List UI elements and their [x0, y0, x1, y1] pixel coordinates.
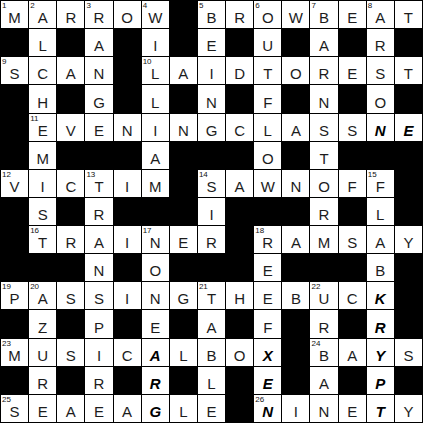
grid-cell[interactable]: V [57, 114, 84, 141]
grid-cell[interactable]: 19P [1, 282, 28, 309]
grid-cell[interactable]: E [254, 254, 281, 281]
cell-letter: T [38, 235, 47, 253]
grid-cell[interactable]: 14S [198, 170, 225, 197]
cell-letter: E [38, 404, 48, 422]
grid-cell[interactable]: E [142, 310, 169, 337]
cell-letter: S [347, 123, 357, 141]
grid-cell[interactable]: A [85, 226, 112, 253]
grid-cell[interactable]: F [254, 85, 281, 112]
grid-cell[interactable]: S [29, 198, 56, 225]
black-cell [339, 85, 366, 112]
grid-cell[interactable]: 6O [254, 1, 281, 28]
grid-cell[interactable]: 10L [142, 57, 169, 84]
grid-cell[interactable]: R [367, 310, 394, 337]
grid-cell[interactable]: R [226, 1, 253, 28]
grid-cell[interactable]: I [114, 282, 141, 309]
grid-cell[interactable]: 25S [1, 395, 28, 422]
cell-letter: N [319, 404, 330, 422]
cell-letter: N [150, 235, 161, 253]
grid-cell[interactable]: A [339, 339, 366, 366]
black-cell [395, 142, 422, 169]
clue-number: 2 [30, 1, 34, 10]
grid-cell[interactable]: E [170, 226, 197, 253]
cell-letter: G [178, 291, 190, 309]
grid-cell[interactable]: A [282, 226, 309, 253]
black-cell [1, 198, 28, 225]
clue-number: 24 [311, 339, 320, 348]
cell-letter: I [97, 348, 101, 366]
grid-cell[interactable]: R [57, 226, 84, 253]
black-cell [114, 310, 141, 337]
grid-cell[interactable]: 11E [29, 114, 56, 141]
grid-cell[interactable]: T [395, 57, 422, 84]
grid-cell[interactable]: X [254, 339, 281, 366]
black-cell [114, 254, 141, 281]
black-cell [282, 254, 309, 281]
cell-letter: E [263, 263, 273, 281]
grid-cell[interactable]: A [310, 367, 337, 394]
grid-cell[interactable]: 5B [198, 1, 225, 28]
grid-cell[interactable]: A [57, 57, 84, 84]
black-cell [367, 142, 394, 169]
grid-cell[interactable]: T [254, 57, 281, 84]
clue-number: 16 [30, 226, 39, 235]
grid-cell[interactable]: 26N [254, 395, 281, 422]
grid-cell[interactable]: N [114, 114, 141, 141]
grid-cell[interactable]: I [114, 226, 141, 253]
grid-cell[interactable]: R [29, 367, 56, 394]
cell-letter: I [153, 38, 157, 56]
cell-letter: E [206, 38, 216, 56]
cell-letter: E [347, 10, 357, 28]
grid-cell[interactable]: 15F [367, 170, 394, 197]
cell-letter: N [290, 179, 301, 197]
grid-cell[interactable]: 3R [85, 1, 112, 28]
cell-letter: A [206, 320, 216, 338]
cell-letter: W [148, 10, 162, 28]
black-cell [57, 85, 84, 112]
grid-cell[interactable]: N [85, 57, 112, 84]
black-cell [226, 367, 253, 394]
clue-number: 3 [86, 1, 90, 10]
cell-letter: N [94, 263, 105, 281]
grid-cell[interactable]: K [367, 282, 394, 309]
black-cell [170, 1, 197, 28]
grid-cell[interactable]: N [170, 114, 197, 141]
cell-letter: S [375, 66, 385, 84]
clue-number: 23 [2, 339, 11, 348]
cell-letter: V [10, 179, 20, 197]
grid-cell[interactable]: R [310, 198, 337, 225]
grid-cell[interactable]: S [339, 226, 366, 253]
black-cell [395, 367, 422, 394]
grid-cell[interactable]: N [310, 85, 337, 112]
cell-letter: N [122, 123, 133, 141]
grid-cell[interactable]: E [339, 57, 366, 84]
grid-cell[interactable]: O [142, 254, 169, 281]
grid-cell[interactable]: R [367, 29, 394, 56]
cell-letter: A [347, 348, 357, 366]
grid-cell[interactable]: 2A [29, 1, 56, 28]
cell-letter: S [10, 404, 20, 422]
cell-letter: T [207, 291, 216, 309]
cell-letter: B [319, 10, 329, 28]
cell-letter: E [206, 404, 216, 422]
grid-cell[interactable]: O [367, 85, 394, 112]
grid-cell[interactable]: E [198, 29, 225, 56]
black-cell [114, 57, 141, 84]
grid-cell[interactable]: R [85, 198, 112, 225]
cell-letter: L [151, 95, 159, 113]
grid-cell[interactable]: S [57, 339, 84, 366]
grid-cell[interactable]: I [85, 339, 112, 366]
cell-letter: A [122, 404, 132, 422]
grid-cell[interactable]: S [367, 57, 394, 84]
grid-cell[interactable]: E [254, 367, 281, 394]
grid-cell[interactable]: G [198, 114, 225, 141]
black-cell [1, 310, 28, 337]
grid-cell[interactable]: D [226, 57, 253, 84]
clue-number: 25 [2, 395, 11, 404]
cell-letter: O [262, 10, 274, 28]
grid-cell[interactable]: I [29, 170, 56, 197]
cell-letter: H [37, 95, 48, 113]
grid-cell[interactable]: G [142, 395, 169, 422]
black-cell [57, 367, 84, 394]
clue-number: 17 [143, 226, 152, 235]
grid-cell[interactable]: W [254, 170, 281, 197]
grid-cell[interactable]: T [367, 395, 394, 422]
grid-cell[interactable]: A [282, 114, 309, 141]
cell-letter-theme: N [262, 404, 273, 422]
grid-cell[interactable]: R [85, 367, 112, 394]
cell-letter: T [319, 151, 328, 169]
grid-cell[interactable]: G [85, 85, 112, 112]
cell-letter: C [37, 66, 48, 84]
black-cell [395, 254, 422, 281]
grid-cell[interactable]: A [114, 395, 141, 422]
grid-cell[interactable]: E [254, 282, 281, 309]
grid-cell[interactable]: L [367, 198, 394, 225]
grid-cell[interactable]: O [254, 142, 281, 169]
black-cell [114, 85, 141, 112]
grid-cell[interactable]: L [170, 339, 197, 366]
grid-cell[interactable]: A [57, 395, 84, 422]
grid-cell[interactable]: W [282, 1, 309, 28]
black-cell [282, 339, 309, 366]
grid-cell[interactable]: I [198, 198, 225, 225]
black-cell [1, 29, 28, 56]
cell-letter: R [319, 207, 330, 225]
grid-cell[interactable]: 9S [1, 57, 28, 84]
cell-letter: I [153, 123, 157, 141]
grid-cell[interactable]: A [85, 29, 112, 56]
grid-cell[interactable]: 18R [254, 226, 281, 253]
grid-cell[interactable]: L [170, 395, 197, 422]
cell-letter: I [209, 66, 213, 84]
cell-letter: O [121, 10, 133, 28]
grid-cell[interactable]: A [142, 339, 169, 366]
grid-cell[interactable]: N [142, 282, 169, 309]
black-cell [198, 254, 225, 281]
black-cell [1, 114, 28, 141]
grid-cell[interactable]: N [367, 114, 394, 141]
cell-letter: V [66, 123, 76, 141]
cell-letter-theme: N [375, 123, 386, 141]
grid-cell[interactable]: N [85, 254, 112, 281]
cell-letter: R [234, 10, 245, 28]
black-cell [395, 310, 422, 337]
grid-cell[interactable]: S [85, 282, 112, 309]
grid-cell[interactable]: U [29, 339, 56, 366]
black-cell [114, 29, 141, 56]
grid-cell[interactable]: 23M [1, 339, 28, 366]
black-cell [339, 367, 366, 394]
grid-cell[interactable]: B [282, 282, 309, 309]
cell-letter: S [10, 66, 20, 84]
grid-cell[interactable]: E [29, 395, 56, 422]
grid-cell[interactable]: S [395, 339, 422, 366]
cell-letter: T [263, 66, 272, 84]
grid-cell[interactable]: H [29, 85, 56, 112]
black-cell [57, 254, 84, 281]
cell-letter: F [263, 95, 272, 113]
black-cell [226, 142, 253, 169]
cell-letter: P [10, 291, 20, 309]
grid-cell[interactable]: L [198, 367, 225, 394]
cell-letter: I [41, 179, 45, 197]
cell-letter: N [94, 66, 105, 84]
grid-cell[interactable]: R [310, 57, 337, 84]
clue-number: 12 [2, 170, 11, 179]
cell-letter: A [94, 38, 104, 56]
clue-number: 9 [2, 57, 6, 66]
grid-cell[interactable]: 13T [85, 170, 112, 197]
cell-letter: M [8, 10, 21, 28]
grid-cell[interactable]: S [310, 114, 337, 141]
cell-letter: M [149, 179, 162, 197]
grid-cell[interactable]: A [310, 29, 337, 56]
grid-cell[interactable]: C [226, 114, 253, 141]
grid-cell[interactable]: T [395, 1, 422, 28]
grid-cell[interactable]: L [142, 85, 169, 112]
black-cell [57, 29, 84, 56]
black-cell [395, 170, 422, 197]
grid-cell[interactable]: P [85, 310, 112, 337]
cell-letter: G [93, 95, 105, 113]
grid-cell[interactable]: E [198, 395, 225, 422]
cell-letter: R [94, 376, 105, 394]
cell-letter: U [319, 291, 330, 309]
grid-cell[interactable]: E [85, 395, 112, 422]
grid-cell[interactable]: O [226, 339, 253, 366]
cell-letter: A [94, 235, 104, 253]
grid-cell[interactable]: 20A [29, 282, 56, 309]
grid-cell[interactable]: L [29, 29, 56, 56]
cell-letter: L [264, 123, 272, 141]
grid-cell[interactable]: S [57, 282, 84, 309]
black-cell [282, 367, 309, 394]
black-cell [226, 254, 253, 281]
grid-cell[interactable]: I [114, 170, 141, 197]
grid-cell[interactable]: O [114, 1, 141, 28]
cell-letter-theme: E [263, 376, 273, 394]
clue-number: 18 [255, 226, 264, 235]
cell-letter: L [39, 38, 47, 56]
grid-cell[interactable]: C [29, 57, 56, 84]
cell-letter: S [319, 123, 329, 141]
grid-cell[interactable]: Y [395, 226, 422, 253]
cell-letter: C [347, 291, 358, 309]
cell-letter: I [125, 291, 129, 309]
black-cell [282, 198, 309, 225]
grid-cell[interactable]: N [310, 395, 337, 422]
clue-number: 6 [255, 1, 259, 10]
cell-letter: T [404, 10, 413, 28]
black-cell [226, 310, 253, 337]
cell-letter: S [347, 235, 357, 253]
grid-cell[interactable]: Y [395, 395, 422, 422]
grid-cell[interactable]: 21T [198, 282, 225, 309]
black-cell [170, 310, 197, 337]
grid-cell[interactable]: U [254, 29, 281, 56]
clue-number: 10 [143, 57, 152, 66]
grid-cell[interactable]: A [142, 142, 169, 169]
grid-cell[interactable]: Y [367, 339, 394, 366]
grid-cell[interactable]: R [142, 367, 169, 394]
cell-letter: N [150, 291, 161, 309]
grid-cell[interactable]: G [170, 282, 197, 309]
clue-number: 19 [2, 282, 11, 291]
grid-cell[interactable]: M [142, 170, 169, 197]
grid-cell[interactable]: 8A [367, 1, 394, 28]
grid-cell[interactable]: E [339, 1, 366, 28]
grid-cell[interactable]: A [367, 226, 394, 253]
grid-cell[interactable]: N [198, 85, 225, 112]
grid-cell[interactable]: C [57, 170, 84, 197]
grid-cell[interactable]: A [170, 57, 197, 84]
grid-cell[interactable]: E [85, 114, 112, 141]
grid-cell[interactable]: F [254, 310, 281, 337]
grid-cell[interactable]: 1M [1, 1, 28, 28]
grid-cell[interactable]: A [198, 310, 225, 337]
black-cell [339, 310, 366, 337]
cell-letter: R [319, 320, 330, 338]
cell-letter: Z [38, 320, 47, 338]
cell-letter: T [404, 66, 413, 84]
black-cell [57, 198, 84, 225]
grid-cell[interactable]: E [339, 395, 366, 422]
cell-letter: M [36, 151, 49, 169]
cell-letter: L [376, 207, 384, 225]
black-cell [114, 142, 141, 169]
grid-cell[interactable]: R [310, 310, 337, 337]
grid-cell[interactable]: 7B [310, 1, 337, 28]
grid-cell[interactable]: N [282, 170, 309, 197]
cell-letter: F [348, 179, 357, 197]
cell-letter: A [375, 235, 385, 253]
cell-letter: P [94, 320, 104, 338]
cell-letter: G [206, 123, 218, 141]
cell-letter: N [178, 123, 189, 141]
cell-letter: A [38, 291, 48, 309]
black-cell [114, 367, 141, 394]
grid-cell[interactable]: M [310, 226, 337, 253]
grid-cell[interactable]: I [142, 29, 169, 56]
grid-cell[interactable]: 12V [1, 170, 28, 197]
grid-cell[interactable]: P [367, 367, 394, 394]
cell-letter: L [179, 348, 187, 366]
clue-number: 13 [86, 170, 95, 179]
grid-cell[interactable]: R [198, 226, 225, 253]
cell-letter: S [206, 179, 216, 197]
grid-cell[interactable]: O [310, 170, 337, 197]
grid-cell[interactable]: 22U [310, 282, 337, 309]
cell-letter: S [94, 291, 104, 309]
black-cell [395, 29, 422, 56]
cell-letter-theme: K [375, 291, 386, 309]
grid-cell[interactable]: R [57, 1, 84, 28]
cell-letter: C [65, 179, 76, 197]
grid-cell[interactable]: I [282, 395, 309, 422]
grid-cell[interactable]: C [339, 282, 366, 309]
grid-cell[interactable]: O [282, 57, 309, 84]
cell-letter: R [94, 207, 105, 225]
black-cell [282, 310, 309, 337]
grid-cell[interactable]: 16T [29, 226, 56, 253]
grid-cell[interactable]: F [339, 170, 366, 197]
cell-letter: S [66, 291, 76, 309]
clue-number: 1 [2, 1, 6, 10]
cell-letter: A [291, 235, 301, 253]
grid-cell[interactable]: B [367, 254, 394, 281]
black-cell [339, 254, 366, 281]
cell-letter: R [206, 235, 217, 253]
black-cell [395, 282, 422, 309]
grid-cell[interactable]: I [142, 114, 169, 141]
grid-cell[interactable]: T [310, 142, 337, 169]
grid-cell[interactable]: L [254, 114, 281, 141]
grid-cell[interactable]: I [198, 57, 225, 84]
grid-cell[interactable]: B [198, 339, 225, 366]
grid-cell[interactable]: 24B [310, 339, 337, 366]
grid-cell[interactable]: A [226, 170, 253, 197]
grid-cell[interactable]: H [226, 282, 253, 309]
cell-letter: N [319, 95, 330, 113]
black-cell [170, 29, 197, 56]
black-cell [226, 395, 253, 422]
grid-cell[interactable]: 4W [142, 1, 169, 28]
black-cell [114, 198, 141, 225]
grid-cell[interactable]: S [339, 114, 366, 141]
cell-letter: E [38, 123, 48, 141]
grid-cell[interactable]: 17N [142, 226, 169, 253]
black-cell [29, 254, 56, 281]
cell-letter: B [375, 263, 385, 281]
cell-letter: O [290, 66, 302, 84]
cell-letter: R [94, 10, 105, 28]
cell-letter: S [403, 348, 413, 366]
cell-letter: B [319, 348, 329, 366]
grid-cell[interactable]: C [114, 339, 141, 366]
grid-cell[interactable]: M [29, 142, 56, 169]
grid-cell[interactable]: E [395, 114, 422, 141]
cell-letter: I [125, 179, 129, 197]
cell-letter: O [262, 151, 274, 169]
grid-cell[interactable]: Z [29, 310, 56, 337]
black-cell [1, 226, 28, 253]
black-cell [1, 254, 28, 281]
